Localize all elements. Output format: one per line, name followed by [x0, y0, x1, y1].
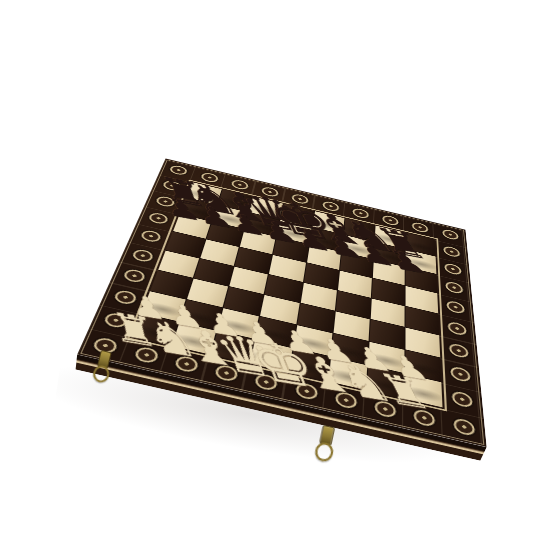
ring-ornament — [174, 355, 200, 374]
ring-ornament — [449, 342, 469, 359]
product-photo: ♜♞♝♛♚♝♞♜♟♟♟♟♟♟♟♟♟♟♟♟♟♟♟♟♜♞♝♛♚♝♞♜ — [0, 0, 550, 550]
ring-ornament — [131, 248, 155, 263]
ring-ornament — [113, 289, 138, 306]
ring-ornament — [122, 268, 146, 284]
ring-ornament — [334, 390, 356, 410]
ring-ornament — [452, 390, 473, 409]
ring-ornament — [374, 399, 396, 419]
ring-ornament — [103, 311, 129, 329]
perspective-wrapper: ♜♞♝♛♚♝♞♜♟♟♟♟♟♟♟♟♟♟♟♟♟♟♟♟♜♞♝♛♚♝♞♜ — [0, 0, 550, 550]
ring-ornament — [214, 364, 239, 383]
ring-ornament — [414, 408, 435, 428]
ring-ornament — [133, 346, 160, 365]
square-h1 — [405, 374, 442, 407]
square-a4 — [158, 250, 199, 277]
ring-ornament — [450, 365, 471, 383]
ring-ornament — [453, 417, 475, 437]
square-b4 — [194, 258, 234, 285]
ring-ornament — [255, 373, 279, 392]
ring-ornament — [295, 381, 318, 400]
chess-board: ♜♞♝♛♚♝♞♜♟♟♟♟♟♟♟♟♟♟♟♟♟♟♟♟♜♞♝♛♚♝♞♜ — [77, 158, 487, 447]
